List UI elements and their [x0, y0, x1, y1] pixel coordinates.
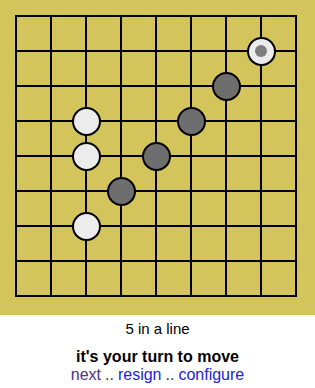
board-cell[interactable] — [209, 104, 244, 139]
board-cell[interactable] — [69, 244, 104, 279]
board-cell[interactable] — [244, 0, 279, 34]
board-cell[interactable] — [244, 174, 279, 209]
board-cell — [244, 34, 279, 69]
board-cell[interactable] — [174, 209, 209, 244]
board-cell[interactable] — [279, 244, 314, 279]
board-cell[interactable] — [34, 244, 69, 279]
board-cell[interactable] — [279, 279, 314, 314]
board-cell[interactable] — [174, 139, 209, 174]
board-cell — [209, 69, 244, 104]
board-cell[interactable] — [34, 0, 69, 34]
board-cell[interactable] — [209, 244, 244, 279]
board-cell[interactable] — [34, 69, 69, 104]
board-cell[interactable] — [69, 0, 104, 34]
board-cell — [69, 139, 104, 174]
board-cell[interactable] — [0, 279, 34, 314]
board-cell[interactable] — [279, 69, 314, 104]
game-title: 5 in a line — [0, 319, 315, 338]
board-cell — [69, 104, 104, 139]
board-cell — [104, 174, 139, 209]
black-stone — [107, 177, 136, 206]
board-cell[interactable] — [34, 209, 69, 244]
board-cell[interactable] — [0, 34, 34, 69]
board-cell[interactable] — [0, 139, 34, 174]
board-cell[interactable] — [104, 69, 139, 104]
white-stone — [72, 142, 101, 171]
board-cell[interactable] — [104, 279, 139, 314]
board-cell[interactable] — [69, 69, 104, 104]
board-cell[interactable] — [139, 174, 174, 209]
board-cell[interactable] — [139, 209, 174, 244]
board-cell[interactable] — [209, 0, 244, 34]
board-cell[interactable] — [0, 104, 34, 139]
white-stone — [72, 107, 101, 136]
black-stone — [212, 72, 241, 101]
board-cell[interactable] — [244, 244, 279, 279]
board-cell[interactable] — [139, 0, 174, 34]
board-cell[interactable] — [69, 34, 104, 69]
resign-link[interactable]: resign — [118, 366, 162, 383]
board-cell[interactable] — [69, 279, 104, 314]
board-cell[interactable] — [174, 174, 209, 209]
board-cell[interactable] — [139, 244, 174, 279]
board-cell[interactable] — [34, 174, 69, 209]
board-cell — [69, 209, 104, 244]
board-cell[interactable] — [174, 69, 209, 104]
white-stone — [247, 37, 276, 66]
configure-link[interactable]: configure — [178, 366, 244, 383]
next-link[interactable]: next — [71, 366, 101, 383]
board-cell[interactable] — [139, 34, 174, 69]
black-stone — [177, 107, 206, 136]
board-cell[interactable] — [209, 139, 244, 174]
board-cell[interactable] — [139, 104, 174, 139]
black-stone — [142, 142, 171, 171]
turn-status-text: it's your turn to move — [0, 347, 315, 366]
link-separator: .. — [105, 366, 114, 383]
board-cell[interactable] — [139, 279, 174, 314]
board-cell[interactable] — [174, 279, 209, 314]
board-cell[interactable] — [209, 174, 244, 209]
board-cell[interactable] — [244, 209, 279, 244]
board-cell[interactable] — [104, 104, 139, 139]
goban — [0, 0, 314, 314]
last-move-marker — [255, 45, 267, 57]
board-cell — [174, 104, 209, 139]
link-separator: .. — [166, 366, 175, 383]
action-links: next..resign..configure — [0, 366, 315, 384]
board-cell[interactable] — [209, 279, 244, 314]
board-cell[interactable] — [279, 139, 314, 174]
board-cell[interactable] — [139, 69, 174, 104]
board-cell[interactable] — [34, 104, 69, 139]
board-cell[interactable] — [279, 209, 314, 244]
board-cell[interactable] — [104, 209, 139, 244]
board-cell[interactable] — [244, 69, 279, 104]
board-cell[interactable] — [244, 279, 279, 314]
board-cell[interactable] — [69, 174, 104, 209]
board-cell[interactable] — [0, 174, 34, 209]
board-cell[interactable] — [174, 34, 209, 69]
board-cell[interactable] — [279, 174, 314, 209]
goban-board-area — [0, 0, 315, 315]
board-cell[interactable] — [209, 34, 244, 69]
board-cell[interactable] — [34, 139, 69, 174]
board-cell[interactable] — [104, 34, 139, 69]
board-cell[interactable] — [0, 244, 34, 279]
board-cell[interactable] — [279, 34, 314, 69]
board-cell[interactable] — [104, 244, 139, 279]
board-cell — [139, 139, 174, 174]
board-cell[interactable] — [0, 0, 34, 34]
board-cell[interactable] — [34, 34, 69, 69]
board-cell[interactable] — [244, 104, 279, 139]
white-stone — [72, 212, 101, 241]
board-cell[interactable] — [209, 209, 244, 244]
board-cell[interactable] — [279, 104, 314, 139]
board-cell[interactable] — [0, 209, 34, 244]
board-cell[interactable] — [104, 139, 139, 174]
board-cell[interactable] — [174, 244, 209, 279]
board-cell[interactable] — [34, 279, 69, 314]
board-cell[interactable] — [0, 69, 34, 104]
board-cell[interactable] — [104, 0, 139, 34]
board-cell[interactable] — [279, 0, 314, 34]
board-cell[interactable] — [174, 0, 209, 34]
board-cell[interactable] — [244, 139, 279, 174]
